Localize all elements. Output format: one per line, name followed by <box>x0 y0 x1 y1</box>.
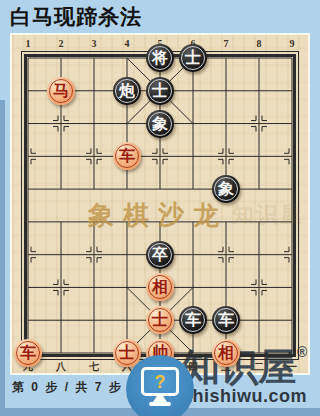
file-label-top: 7 <box>224 38 229 49</box>
piece-char: 士 <box>152 312 168 328</box>
piece-black-advisor[interactable]: 士 <box>179 44 207 72</box>
xiangqi-app: 白马现蹄杀法 象棋沙龙 知识屋 123456789九八七六五四三二一 将士炮士马… <box>0 0 320 416</box>
piece-black-elephant[interactable]: 象 <box>212 175 240 203</box>
piece-char: 士 <box>152 83 168 99</box>
piece-black-soldier[interactable]: 卒 <box>146 241 174 269</box>
piece-black-general[interactable]: 将 <box>146 44 174 72</box>
piece-char: 车 <box>185 312 201 328</box>
file-label-bottom: 七 <box>89 360 99 374</box>
page-edge-strip <box>0 100 5 416</box>
piece-red-chariot[interactable]: 车 <box>14 339 42 367</box>
monitor-base <box>149 402 171 406</box>
piece-char: 士 <box>119 345 135 361</box>
piece-char: 士 <box>185 50 201 66</box>
piece-black-elephant[interactable]: 象 <box>146 110 174 138</box>
file-label-top: 9 <box>290 38 295 49</box>
piece-char: 相 <box>218 345 234 361</box>
file-label-top: 2 <box>59 38 64 49</box>
piece-char: 象 <box>152 116 168 132</box>
step-counter: 第 0 步 / 共 7 步 <box>12 379 123 396</box>
piece-black-advisor[interactable]: 士 <box>146 77 174 105</box>
piece-black-cannon[interactable]: 炮 <box>113 77 141 105</box>
piece-char: 车 <box>119 148 135 164</box>
river-ghost-watermark: 知识屋 <box>232 200 304 230</box>
help-button[interactable]: ? <box>126 355 194 416</box>
file-label-top: 4 <box>125 38 130 49</box>
piece-char: 象 <box>218 181 234 197</box>
piece-char: 马 <box>53 83 69 99</box>
piece-char: 车 <box>20 345 36 361</box>
piece-red-horse[interactable]: 马 <box>47 77 75 105</box>
piece-red-elephant[interactable]: 相 <box>212 339 240 367</box>
piece-char: 车 <box>218 312 234 328</box>
piece-char: 炮 <box>119 83 135 99</box>
piece-char: 将 <box>152 50 168 66</box>
page-title: 白马现蹄杀法 <box>10 3 142 31</box>
piece-char: 相 <box>152 279 168 295</box>
question-mark: ? <box>155 373 166 391</box>
file-label-bottom: 八 <box>56 360 66 374</box>
monitor-question-icon: ? <box>141 367 179 396</box>
file-label-top: 1 <box>26 38 31 49</box>
watermark-domain: zhishiwu.com <box>183 386 307 407</box>
file-label-bottom: 一 <box>287 360 297 374</box>
river-watermark: 象棋沙龙 <box>88 198 228 233</box>
file-label-top: 8 <box>257 38 262 49</box>
piece-char: 卒 <box>152 247 168 263</box>
file-label-bottom: 二 <box>254 360 264 374</box>
file-label-top: 3 <box>92 38 97 49</box>
